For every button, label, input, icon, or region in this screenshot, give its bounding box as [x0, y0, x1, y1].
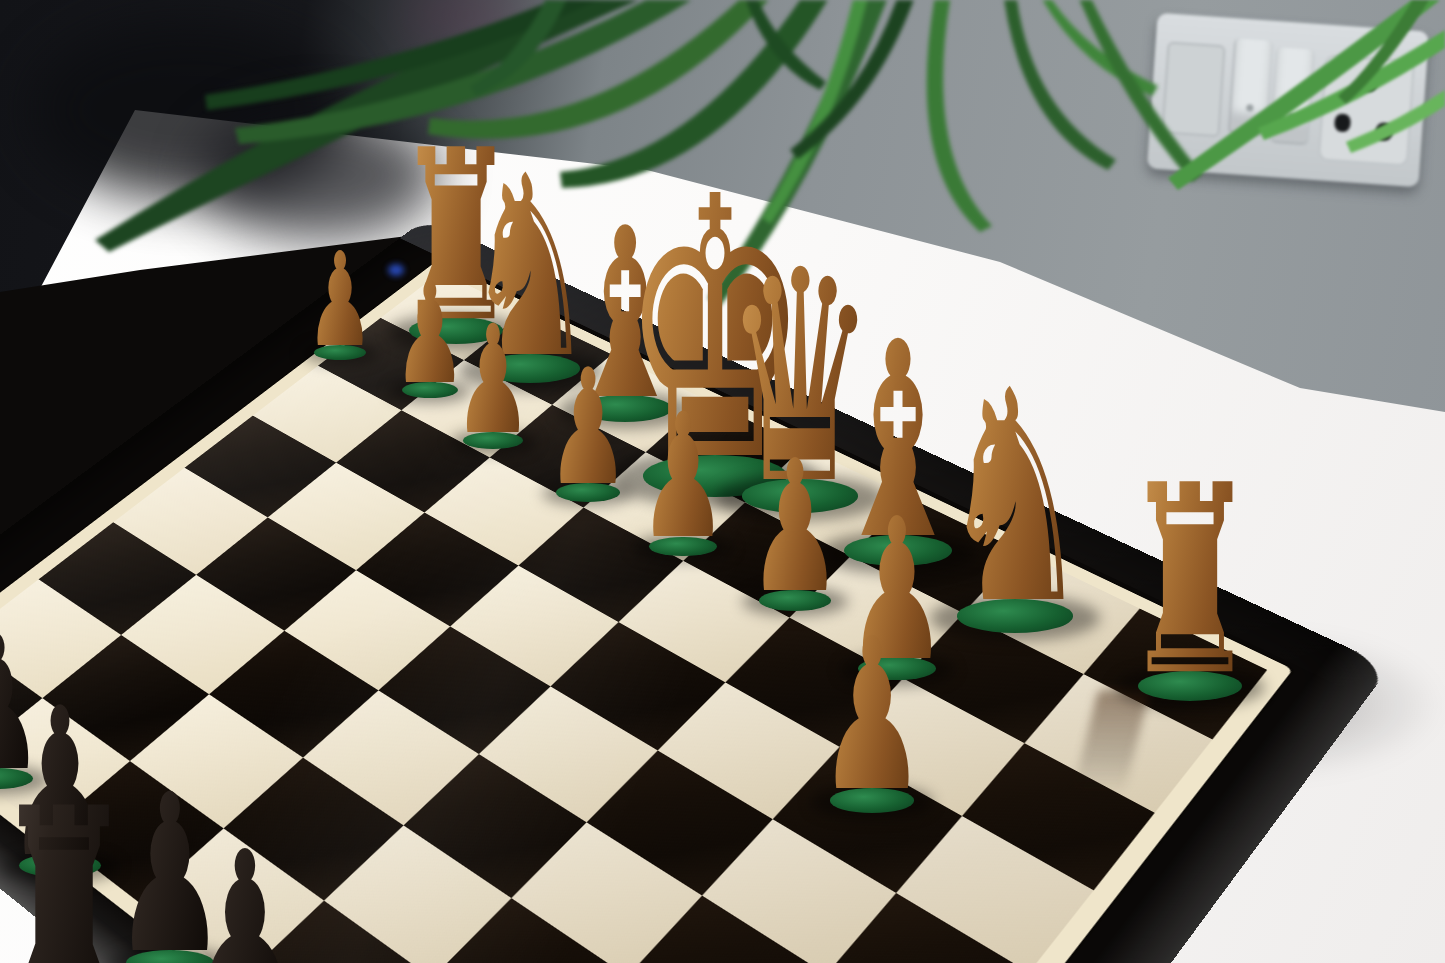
black-r-glyph-icon: ♜ — [0, 773, 135, 963]
white-n-glyph-icon: ♞ — [939, 352, 1091, 644]
white-p-glyph-icon: ♟ — [748, 436, 843, 618]
white-p-glyph-icon: ♟ — [638, 391, 727, 563]
photo-stage: ♜♞♝♚♛♝♞♜♟♟♟♟♟♟♟♟♟♟♟♟♜ — [0, 0, 1445, 963]
white-r-glyph-icon: ♜ — [1122, 451, 1257, 711]
white-p-glyph-icon: ♟ — [546, 348, 629, 508]
white-p-glyph-icon: ♟ — [454, 305, 532, 455]
white-p-glyph-icon: ♟ — [306, 235, 374, 365]
black-p-glyph-icon: ♟ — [187, 822, 302, 963]
white-p-glyph-icon: ♟ — [817, 611, 926, 821]
